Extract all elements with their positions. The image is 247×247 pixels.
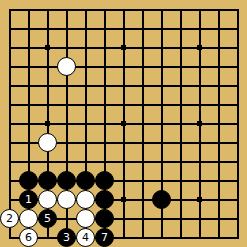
black-stone[interactable] (19, 171, 38, 190)
stones-layer: 1256347 (0, 0, 247, 247)
white-stone-move-2[interactable]: 2 (0, 209, 19, 228)
black-stone[interactable] (95, 209, 114, 228)
white-stone[interactable] (76, 190, 95, 209)
white-stone[interactable] (57, 190, 76, 209)
go-board[interactable]: 1256347 (0, 0, 247, 247)
black-stone-move-7[interactable]: 7 (95, 228, 114, 247)
move-number-label: 5 (44, 213, 51, 224)
move-number-label: 6 (25, 232, 32, 243)
move-number-label: 2 (6, 213, 13, 224)
black-stone-move-1[interactable]: 1 (19, 190, 38, 209)
black-stone[interactable] (95, 171, 114, 190)
move-number-label: 3 (63, 232, 70, 243)
white-stone[interactable] (38, 190, 57, 209)
black-stone-move-3[interactable]: 3 (57, 228, 76, 247)
black-stone[interactable] (95, 190, 114, 209)
white-stone[interactable] (19, 209, 38, 228)
white-stone[interactable] (76, 209, 95, 228)
white-stone[interactable] (38, 133, 57, 152)
move-number-label: 7 (101, 232, 108, 243)
black-stone[interactable] (57, 171, 76, 190)
white-stone[interactable] (57, 57, 76, 76)
move-number-label: 1 (25, 194, 32, 205)
white-stone-move-4[interactable]: 4 (76, 228, 95, 247)
black-stone[interactable] (152, 190, 171, 209)
white-stone-move-6[interactable]: 6 (19, 228, 38, 247)
black-stone[interactable] (38, 171, 57, 190)
black-stone[interactable] (76, 171, 95, 190)
black-stone-move-5[interactable]: 5 (38, 209, 57, 228)
move-number-label: 4 (82, 232, 89, 243)
